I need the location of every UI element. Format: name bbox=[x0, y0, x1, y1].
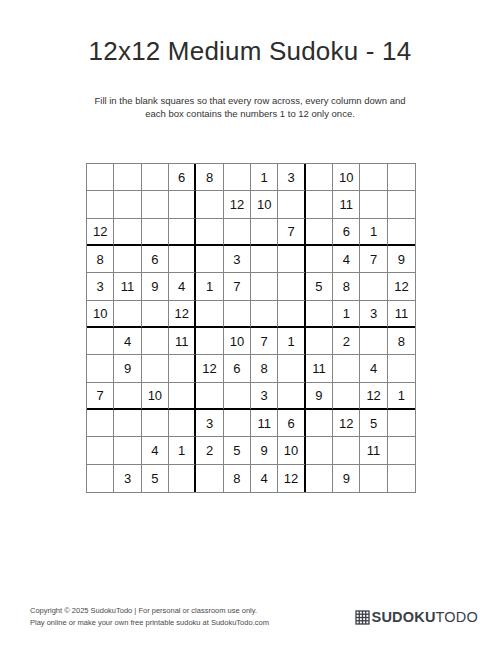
grid-cell: 7 bbox=[251, 328, 278, 355]
grid-cell: 11 bbox=[388, 301, 415, 328]
grid-cell bbox=[251, 273, 278, 300]
grid-cell bbox=[388, 410, 415, 437]
instructions-line1: Fill in the blank squares so that every … bbox=[50, 95, 450, 108]
grid-cell bbox=[306, 328, 333, 355]
grid-cell bbox=[114, 437, 141, 464]
grid-cell: 8 bbox=[251, 355, 278, 382]
grid-cell bbox=[278, 301, 305, 328]
grid-cell bbox=[306, 410, 333, 437]
page-title: 12x12 Medium Sudoku - 14 bbox=[0, 36, 500, 67]
footer-copyright-line2: Play online or make your own free printa… bbox=[30, 617, 269, 629]
grid-cell bbox=[169, 191, 196, 218]
grid-cell bbox=[142, 328, 169, 355]
grid-cell: 10 bbox=[333, 164, 360, 191]
grid-cell bbox=[114, 410, 141, 437]
grid-cell bbox=[306, 437, 333, 464]
grid-cell bbox=[196, 328, 223, 355]
grid-cell bbox=[388, 164, 415, 191]
grid-cell bbox=[360, 164, 387, 191]
grid-cell: 4 bbox=[251, 465, 278, 492]
grid-cell bbox=[306, 219, 333, 246]
grid-cell bbox=[114, 219, 141, 246]
grid-cell: 4 bbox=[142, 437, 169, 464]
grid-cell: 1 bbox=[251, 164, 278, 191]
grid-cell bbox=[388, 465, 415, 492]
grid-cell: 10 bbox=[142, 383, 169, 410]
grid-cell: 1 bbox=[333, 301, 360, 328]
grid-cell bbox=[278, 246, 305, 273]
grid-cell: 3 bbox=[360, 301, 387, 328]
grid-cell bbox=[169, 355, 196, 382]
grid-cell: 6 bbox=[333, 219, 360, 246]
instructions: Fill in the blank squares so that every … bbox=[50, 95, 450, 120]
grid-cell: 5 bbox=[306, 273, 333, 300]
grid-cell: 11 bbox=[360, 437, 387, 464]
grid-cell bbox=[87, 164, 114, 191]
grid-cell: 10 bbox=[278, 437, 305, 464]
sudokutodo-logo: SUDOKUTODO bbox=[355, 609, 478, 625]
grid-cell: 10 bbox=[251, 191, 278, 218]
grid-cell bbox=[224, 301, 251, 328]
grid-cell: 12 bbox=[388, 273, 415, 300]
grid-cell bbox=[196, 301, 223, 328]
grid-cell bbox=[360, 191, 387, 218]
grid-cell: 3 bbox=[196, 410, 223, 437]
grid-cell bbox=[114, 191, 141, 218]
grid-cell: 10 bbox=[224, 328, 251, 355]
sudoku-grid: 6813101210111276186347931194175812101213… bbox=[86, 163, 416, 493]
grid-cell: 6 bbox=[278, 410, 305, 437]
grid-cell: 8 bbox=[388, 328, 415, 355]
grid-cell: 1 bbox=[169, 437, 196, 464]
grid-cell: 10 bbox=[87, 301, 114, 328]
logo-text: SUDOKUTODO bbox=[372, 609, 478, 625]
grid-cell: 5 bbox=[360, 410, 387, 437]
grid-cell: 8 bbox=[87, 246, 114, 273]
grid-cell bbox=[87, 410, 114, 437]
grid-cell: 6 bbox=[169, 164, 196, 191]
instructions-line2: each box contains the numbers 1 to 12 on… bbox=[50, 108, 450, 121]
grid-cell: 9 bbox=[251, 437, 278, 464]
grid-cell bbox=[142, 191, 169, 218]
grid-cell bbox=[333, 383, 360, 410]
grid-cell bbox=[196, 383, 223, 410]
grid-cell: 11 bbox=[169, 328, 196, 355]
grid-cell bbox=[169, 219, 196, 246]
grid-cell bbox=[142, 301, 169, 328]
footer-copyright-line1: Copyright © 2025 SudokuTodo | For person… bbox=[30, 605, 269, 617]
grid-cell: 12 bbox=[196, 355, 223, 382]
grid-cell: 3 bbox=[224, 246, 251, 273]
sudoku-page: 12x12 Medium Sudoku - 14 Fill in the bla… bbox=[0, 0, 500, 647]
footer: Copyright © 2025 SudokuTodo | For person… bbox=[30, 605, 478, 629]
grid-cell: 12 bbox=[169, 301, 196, 328]
grid-cell bbox=[278, 191, 305, 218]
grid-cell bbox=[142, 164, 169, 191]
grid-cell bbox=[360, 328, 387, 355]
grid-cell: 9 bbox=[388, 246, 415, 273]
grid-cell: 3 bbox=[87, 273, 114, 300]
grid-cell bbox=[224, 219, 251, 246]
grid-cell bbox=[224, 164, 251, 191]
grid-cell bbox=[169, 465, 196, 492]
grid-cell bbox=[251, 301, 278, 328]
grid-cell: 12 bbox=[87, 219, 114, 246]
grid-cell: 7 bbox=[224, 273, 251, 300]
grid-cell bbox=[278, 273, 305, 300]
grid-cell: 6 bbox=[224, 355, 251, 382]
grid-cell: 6 bbox=[142, 246, 169, 273]
grid-cell bbox=[114, 164, 141, 191]
grid-cell bbox=[306, 465, 333, 492]
footer-copyright: Copyright © 2025 SudokuTodo | For person… bbox=[30, 605, 269, 629]
grid-cell bbox=[333, 355, 360, 382]
grid-cell: 12 bbox=[278, 465, 305, 492]
grid-cell bbox=[251, 246, 278, 273]
grid-cell: 9 bbox=[114, 355, 141, 382]
grid-cell: 1 bbox=[388, 383, 415, 410]
grid-cell bbox=[388, 191, 415, 218]
grid-cell: 11 bbox=[114, 273, 141, 300]
grid-cell: 7 bbox=[360, 246, 387, 273]
grid-cell: 4 bbox=[333, 246, 360, 273]
grid-cell bbox=[196, 191, 223, 218]
grid-cell bbox=[196, 246, 223, 273]
grid-cell: 4 bbox=[169, 273, 196, 300]
grid-cell: 1 bbox=[196, 273, 223, 300]
grid-cell: 3 bbox=[278, 164, 305, 191]
grid-cell: 3 bbox=[114, 465, 141, 492]
grid-cell bbox=[87, 437, 114, 464]
grid-cell: 2 bbox=[333, 328, 360, 355]
grid-cell bbox=[388, 219, 415, 246]
grid-cell bbox=[306, 191, 333, 218]
grid-cell: 5 bbox=[142, 465, 169, 492]
grid-cell bbox=[169, 383, 196, 410]
grid-cell bbox=[388, 355, 415, 382]
logo-text-sudoku: SUDOKU bbox=[372, 609, 436, 625]
grid-cell bbox=[306, 164, 333, 191]
grid-cell: 9 bbox=[333, 465, 360, 492]
grid-cell bbox=[196, 219, 223, 246]
grid-cell bbox=[278, 383, 305, 410]
grid-cell bbox=[142, 355, 169, 382]
grid-cell: 11 bbox=[251, 410, 278, 437]
grid-cell bbox=[114, 246, 141, 273]
grid-cell: 8 bbox=[196, 164, 223, 191]
grid-cell: 9 bbox=[306, 383, 333, 410]
grid-cell: 11 bbox=[333, 191, 360, 218]
grid-cell bbox=[333, 437, 360, 464]
grid-cell: 4 bbox=[360, 355, 387, 382]
grid-cell: 7 bbox=[87, 383, 114, 410]
grid-cell: 12 bbox=[224, 191, 251, 218]
grid-cell: 12 bbox=[333, 410, 360, 437]
grid-cell bbox=[360, 465, 387, 492]
grid-cell: 9 bbox=[142, 273, 169, 300]
grid-cell: 12 bbox=[360, 383, 387, 410]
grid-cell bbox=[87, 328, 114, 355]
grid-cell bbox=[87, 355, 114, 382]
grid-cell bbox=[114, 383, 141, 410]
grid-cell bbox=[388, 437, 415, 464]
grid-cell bbox=[196, 465, 223, 492]
grid-cell: 11 bbox=[306, 355, 333, 382]
grid-cell bbox=[224, 383, 251, 410]
grid-cell: 5 bbox=[224, 437, 251, 464]
grid-cell bbox=[306, 301, 333, 328]
grid-cell: 8 bbox=[224, 465, 251, 492]
grid-cell bbox=[306, 246, 333, 273]
grid-cell bbox=[360, 273, 387, 300]
grid-cell bbox=[251, 219, 278, 246]
grid-cell bbox=[224, 410, 251, 437]
grid-cell bbox=[169, 410, 196, 437]
grid-cell: 2 bbox=[196, 437, 223, 464]
grid-cell bbox=[87, 465, 114, 492]
grid-cell bbox=[114, 301, 141, 328]
grid-icon bbox=[355, 610, 370, 625]
grid-cell bbox=[87, 191, 114, 218]
grid-cell: 3 bbox=[251, 383, 278, 410]
grid-cell: 1 bbox=[278, 328, 305, 355]
grid-cell: 7 bbox=[278, 219, 305, 246]
logo-text-todo: TODO bbox=[436, 609, 478, 625]
grid-cell bbox=[278, 355, 305, 382]
grid-cell: 1 bbox=[360, 219, 387, 246]
grid-cell bbox=[169, 246, 196, 273]
grid-cell: 4 bbox=[114, 328, 141, 355]
grid-cell bbox=[142, 219, 169, 246]
grid-cell: 8 bbox=[333, 273, 360, 300]
grid-cell bbox=[142, 410, 169, 437]
